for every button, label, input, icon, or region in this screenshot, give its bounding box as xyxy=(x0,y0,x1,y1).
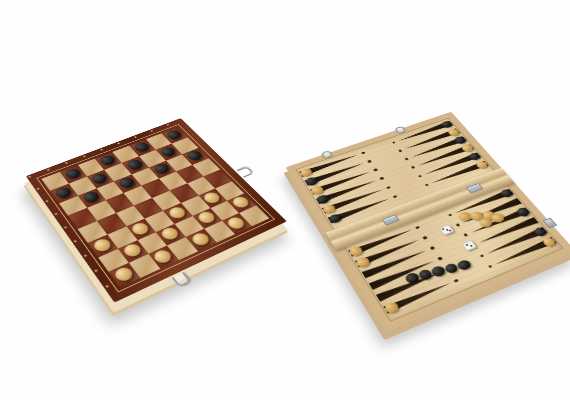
hinge-plate-icon xyxy=(466,183,484,194)
point-tip-dot xyxy=(367,160,371,163)
point-tip-dot xyxy=(415,226,420,230)
metal-clasp-right xyxy=(236,166,254,177)
point-tip-dot xyxy=(386,186,391,189)
point-tip-dot xyxy=(430,246,435,250)
point-tip-dot xyxy=(455,223,460,226)
point-tip-dot xyxy=(411,166,415,169)
point-tip-dot xyxy=(391,141,395,144)
point-tip-dot xyxy=(422,236,427,240)
point-tip-dot xyxy=(361,152,365,155)
backgammon-case xyxy=(286,112,570,332)
point-tip-dot xyxy=(393,195,398,198)
product-photo xyxy=(0,0,570,400)
point-tip-dot xyxy=(379,177,384,180)
point-tip-dot xyxy=(398,149,402,152)
metal-clasp-bottom xyxy=(171,272,191,288)
point-tip-dot xyxy=(417,175,422,178)
point-tip-dot xyxy=(453,279,458,283)
point-tip-dot xyxy=(373,168,377,171)
point-tip-dot xyxy=(479,254,484,258)
die-pip xyxy=(471,245,474,247)
die-pip xyxy=(448,230,451,232)
backgammon-board xyxy=(286,112,570,332)
point-tip-dot xyxy=(463,233,468,237)
point-tip-dot xyxy=(404,158,408,161)
black-checker xyxy=(456,259,473,272)
die-pip xyxy=(465,244,468,246)
point-tip-dot xyxy=(487,265,492,269)
point-tip-dot xyxy=(448,213,453,216)
point-tip-dot xyxy=(437,257,442,261)
white-checker xyxy=(230,195,251,209)
chess-checkers-board xyxy=(26,118,287,302)
die xyxy=(439,224,454,235)
point-tip-dot xyxy=(424,183,429,186)
hinge-plate-icon xyxy=(382,214,400,226)
checkers-grid xyxy=(41,127,269,287)
chess-board-frame xyxy=(26,118,287,302)
die xyxy=(461,240,477,252)
